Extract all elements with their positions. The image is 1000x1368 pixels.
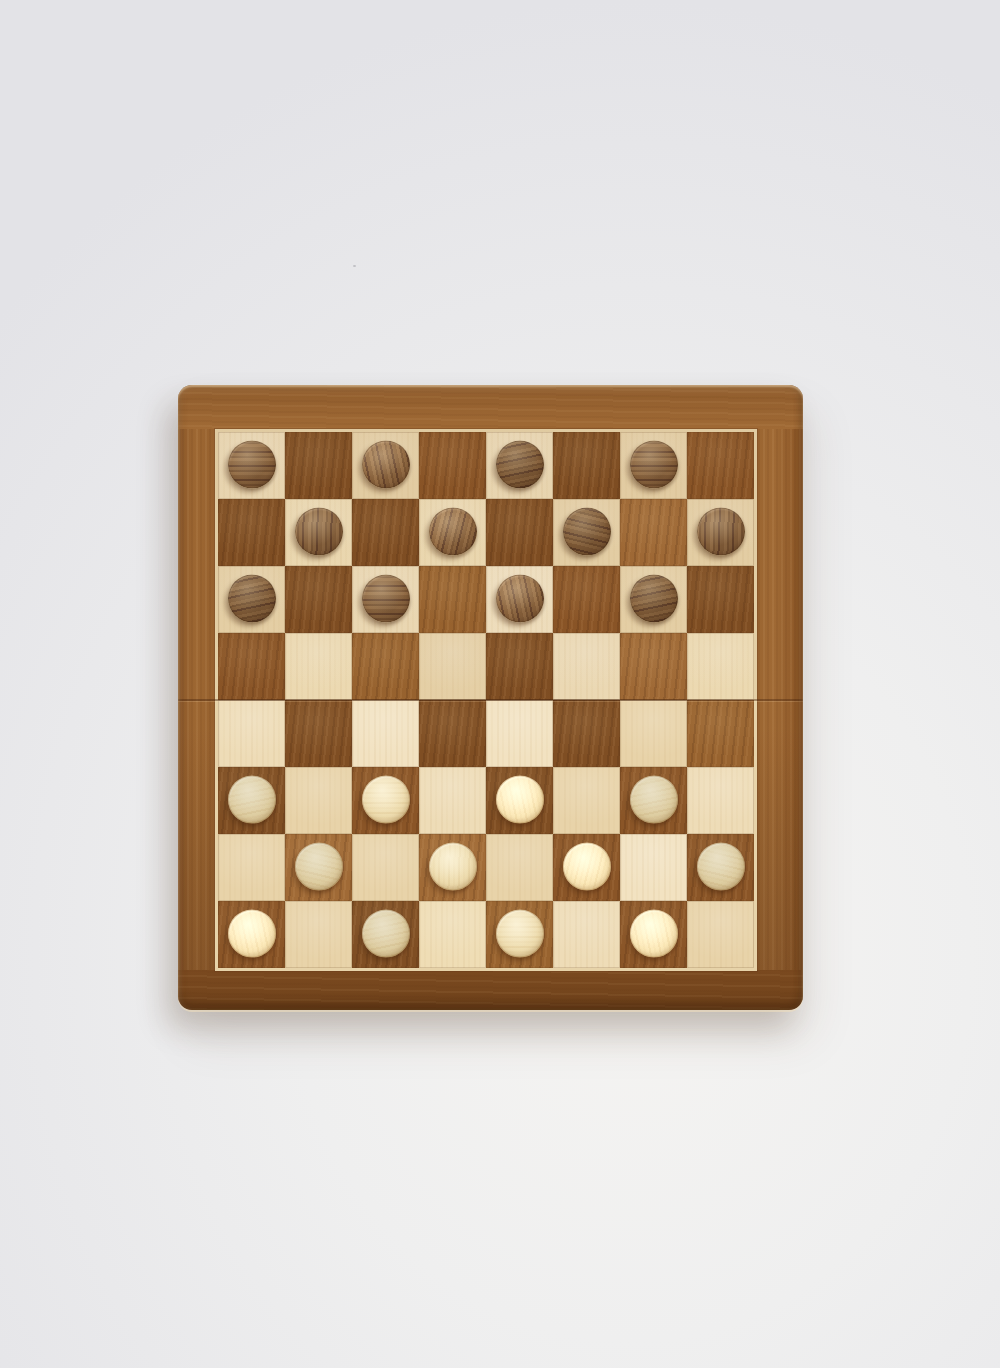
square-d4[interactable] bbox=[419, 700, 486, 767]
square-g4[interactable] bbox=[620, 700, 687, 767]
square-a7[interactable] bbox=[218, 499, 285, 566]
square-g6[interactable]: ⛂ bbox=[620, 566, 687, 633]
square-d2[interactable]: ⛀ bbox=[419, 834, 486, 901]
square-g8[interactable]: ⛂ bbox=[620, 432, 687, 499]
square-g5[interactable] bbox=[620, 633, 687, 700]
dark-piece-c6[interactable]: ⛂ bbox=[362, 574, 410, 622]
light-piece-e3[interactable]: ⛀ bbox=[496, 775, 544, 823]
dark-piece-f7[interactable]: ⛂ bbox=[563, 507, 611, 555]
square-e2[interactable] bbox=[486, 834, 553, 901]
square-f7[interactable]: ⛂ bbox=[553, 499, 620, 566]
light-piece-g1[interactable]: ⛀ bbox=[630, 909, 678, 957]
dark-piece-h7[interactable]: ⛂ bbox=[697, 507, 745, 555]
square-c2[interactable] bbox=[352, 834, 419, 901]
square-h2[interactable]: ⛀ bbox=[687, 834, 754, 901]
dark-piece-b7[interactable]: ⛂ bbox=[295, 507, 343, 555]
square-a4[interactable] bbox=[218, 700, 285, 767]
square-g2[interactable] bbox=[620, 834, 687, 901]
light-piece-b2[interactable]: ⛀ bbox=[295, 842, 343, 890]
square-c1[interactable]: ⛀ bbox=[352, 901, 419, 968]
light-piece-a3[interactable]: ⛀ bbox=[228, 775, 276, 823]
square-e1[interactable]: ⛀ bbox=[486, 901, 553, 968]
dark-piece-a8[interactable]: ⛂ bbox=[228, 440, 276, 488]
square-c7[interactable] bbox=[352, 499, 419, 566]
square-h3[interactable] bbox=[687, 767, 754, 834]
square-f1[interactable] bbox=[553, 901, 620, 968]
square-d8[interactable] bbox=[419, 432, 486, 499]
dark-piece-e8[interactable]: ⛂ bbox=[496, 440, 544, 488]
square-b2[interactable]: ⛀ bbox=[285, 834, 352, 901]
square-e6[interactable]: ⛂ bbox=[486, 566, 553, 633]
dark-piece-d7[interactable]: ⛂ bbox=[429, 507, 477, 555]
square-c5[interactable] bbox=[352, 633, 419, 700]
square-f5[interactable] bbox=[553, 633, 620, 700]
square-g3[interactable]: ⛀ bbox=[620, 767, 687, 834]
light-piece-a1[interactable]: ⛀ bbox=[228, 909, 276, 957]
square-b8[interactable] bbox=[285, 432, 352, 499]
square-h6[interactable] bbox=[687, 566, 754, 633]
light-piece-e1[interactable]: ⛀ bbox=[496, 909, 544, 957]
light-piece-h2[interactable]: ⛀ bbox=[697, 842, 745, 890]
board-grid: ⛂⛂⛂⛂⛂⛂⛂⛂⛂⛂⛂⛂⛀⛀⛀⛀⛀⛀⛀⛀⛀⛀⛀⛀ bbox=[215, 429, 757, 971]
square-f2[interactable]: ⛀ bbox=[553, 834, 620, 901]
square-c3[interactable]: ⛀ bbox=[352, 767, 419, 834]
dark-piece-e6[interactable]: ⛂ bbox=[496, 574, 544, 622]
square-h5[interactable] bbox=[687, 633, 754, 700]
square-h4[interactable] bbox=[687, 700, 754, 767]
square-e8[interactable]: ⛂ bbox=[486, 432, 553, 499]
light-piece-f2[interactable]: ⛀ bbox=[563, 842, 611, 890]
square-e3[interactable]: ⛀ bbox=[486, 767, 553, 834]
square-d1[interactable] bbox=[419, 901, 486, 968]
square-c4[interactable] bbox=[352, 700, 419, 767]
light-piece-g3[interactable]: ⛀ bbox=[630, 775, 678, 823]
square-b6[interactable] bbox=[285, 566, 352, 633]
light-piece-c3[interactable]: ⛀ bbox=[362, 775, 410, 823]
board-frame-right bbox=[754, 429, 803, 970]
square-c8[interactable]: ⛂ bbox=[352, 432, 419, 499]
square-g1[interactable]: ⛀ bbox=[620, 901, 687, 968]
light-piece-d2[interactable]: ⛀ bbox=[429, 842, 477, 890]
photo-backdrop: ⛂⛂⛂⛂⛂⛂⛂⛂⛂⛂⛂⛂⛀⛀⛀⛀⛀⛀⛀⛀⛀⛀⛀⛀ bbox=[0, 0, 1000, 1368]
square-e4[interactable] bbox=[486, 700, 553, 767]
square-d3[interactable] bbox=[419, 767, 486, 834]
dark-piece-c8[interactable]: ⛂ bbox=[362, 440, 410, 488]
light-piece-c1[interactable]: ⛀ bbox=[362, 909, 410, 957]
square-d6[interactable] bbox=[419, 566, 486, 633]
square-f6[interactable] bbox=[553, 566, 620, 633]
square-h7[interactable]: ⛂ bbox=[687, 499, 754, 566]
dust-speck bbox=[353, 265, 356, 267]
dark-piece-a6[interactable]: ⛂ bbox=[228, 574, 276, 622]
square-a1[interactable]: ⛀ bbox=[218, 901, 285, 968]
board-frame-left bbox=[178, 429, 218, 970]
square-b3[interactable] bbox=[285, 767, 352, 834]
square-b4[interactable] bbox=[285, 700, 352, 767]
square-b7[interactable]: ⛂ bbox=[285, 499, 352, 566]
square-a6[interactable]: ⛂ bbox=[218, 566, 285, 633]
square-a2[interactable] bbox=[218, 834, 285, 901]
square-h1[interactable] bbox=[687, 901, 754, 968]
square-c6[interactable]: ⛂ bbox=[352, 566, 419, 633]
square-d7[interactable]: ⛂ bbox=[419, 499, 486, 566]
dark-piece-g6[interactable]: ⛂ bbox=[630, 574, 678, 622]
square-a8[interactable]: ⛂ bbox=[218, 432, 285, 499]
square-f3[interactable] bbox=[553, 767, 620, 834]
square-e5[interactable] bbox=[486, 633, 553, 700]
square-f4[interactable] bbox=[553, 700, 620, 767]
square-a3[interactable]: ⛀ bbox=[218, 767, 285, 834]
square-h8[interactable] bbox=[687, 432, 754, 499]
square-e7[interactable] bbox=[486, 499, 553, 566]
checkers-board: ⛂⛂⛂⛂⛂⛂⛂⛂⛂⛂⛂⛂⛀⛀⛀⛀⛀⛀⛀⛀⛀⛀⛀⛀ bbox=[178, 385, 803, 1010]
square-g7[interactable] bbox=[620, 499, 687, 566]
dark-piece-g8[interactable]: ⛂ bbox=[630, 440, 678, 488]
square-a5[interactable] bbox=[218, 633, 285, 700]
square-b1[interactable] bbox=[285, 901, 352, 968]
square-d5[interactable] bbox=[419, 633, 486, 700]
square-f8[interactable] bbox=[553, 432, 620, 499]
square-b5[interactable] bbox=[285, 633, 352, 700]
